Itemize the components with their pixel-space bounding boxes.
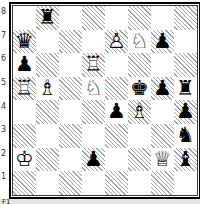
square-h8[interactable] bbox=[174, 6, 197, 30]
black-rook-b8: ♜ bbox=[36, 6, 59, 30]
black-bishop-h2: ♝ bbox=[174, 148, 197, 172]
square-b4[interactable] bbox=[36, 100, 59, 124]
white-queen-g2: ♕ bbox=[151, 148, 174, 172]
square-c7[interactable] bbox=[59, 30, 82, 54]
square-f1[interactable] bbox=[128, 171, 151, 195]
black-rook-h5: ♜ bbox=[174, 77, 197, 101]
black-pawn-g7: ♟ bbox=[151, 30, 174, 54]
square-c8[interactable] bbox=[59, 6, 82, 30]
square-h5[interactable]: ♜ bbox=[174, 77, 197, 101]
square-g8[interactable] bbox=[151, 6, 174, 30]
black-pawn-d2: ♟ bbox=[82, 148, 105, 172]
white-rook-a5: ♖ bbox=[13, 77, 36, 101]
square-b8[interactable]: ♜ bbox=[36, 6, 59, 30]
white-pawn-e7: ♙ bbox=[105, 30, 128, 54]
white-king-a2: ♔ bbox=[13, 148, 36, 172]
square-b5[interactable]: ♝♗ bbox=[36, 77, 59, 101]
square-c1[interactable] bbox=[59, 171, 82, 195]
white-bishop-b5: ♗ bbox=[36, 77, 59, 101]
square-c5[interactable] bbox=[59, 77, 82, 101]
square-g1[interactable] bbox=[151, 171, 174, 195]
rank-label-8: 8 bbox=[0, 0, 9, 24]
square-a2[interactable]: ♚♔ bbox=[13, 148, 36, 172]
rank-label-1: 1 bbox=[0, 165, 9, 189]
white-rook-d6: ♖ bbox=[82, 53, 105, 77]
square-e3[interactable] bbox=[105, 124, 128, 148]
square-a5[interactable]: ♜♖ bbox=[13, 77, 36, 101]
square-d2[interactable]: ♟ bbox=[82, 148, 105, 172]
black-knight-h3: ♞ bbox=[174, 124, 197, 148]
square-e1[interactable] bbox=[105, 171, 128, 195]
square-h6[interactable] bbox=[174, 53, 197, 77]
square-c6[interactable] bbox=[59, 53, 82, 77]
square-b3[interactable] bbox=[36, 124, 59, 148]
square-e4[interactable]: ♟ bbox=[105, 100, 128, 124]
square-e6[interactable] bbox=[105, 53, 128, 77]
square-g3[interactable] bbox=[151, 124, 174, 148]
white-bishop-f4: ♗ bbox=[128, 100, 151, 124]
square-e7[interactable]: ♟♙ bbox=[105, 30, 128, 54]
rank-label-5: 5 bbox=[0, 71, 9, 95]
square-d4[interactable] bbox=[82, 100, 105, 124]
black-queen-a7: ♛ bbox=[13, 30, 36, 54]
square-d1[interactable] bbox=[82, 171, 105, 195]
square-h7[interactable] bbox=[174, 30, 197, 54]
rank-label-6: 6 bbox=[0, 47, 9, 71]
square-c3[interactable] bbox=[59, 124, 82, 148]
board-inner-border: ♜♛♟♙♞♘♟♟♜♖♜♖♝♗♞♘♚♟♜♟♝♗♟♞♚♔♟♛♕♝ bbox=[12, 5, 198, 196]
black-pawn-h4: ♟ bbox=[174, 100, 197, 124]
square-b6[interactable] bbox=[36, 53, 59, 77]
status-bar-text: F1 bbox=[2, 198, 10, 204]
rank-label-column: 87654321 bbox=[0, 0, 9, 189]
square-g5[interactable]: ♟ bbox=[151, 77, 174, 101]
square-c4[interactable] bbox=[59, 100, 82, 124]
square-d6[interactable]: ♜♖ bbox=[82, 53, 105, 77]
square-g2[interactable]: ♛♕ bbox=[151, 148, 174, 172]
square-f3[interactable] bbox=[128, 124, 151, 148]
square-f7[interactable]: ♞♘ bbox=[128, 30, 151, 54]
square-f2[interactable] bbox=[128, 148, 151, 172]
square-f4[interactable]: ♝♗ bbox=[128, 100, 151, 124]
square-a1[interactable] bbox=[13, 171, 36, 195]
black-king-f5: ♚ bbox=[128, 77, 151, 101]
square-e2[interactable] bbox=[105, 148, 128, 172]
rank-label-3: 3 bbox=[0, 118, 9, 142]
status-bar: F1 bbox=[0, 199, 200, 204]
white-knight-d5: ♘ bbox=[82, 77, 105, 101]
square-f8[interactable] bbox=[128, 6, 151, 30]
rank-label-2: 2 bbox=[0, 142, 9, 166]
black-pawn-e4: ♟ bbox=[105, 100, 128, 124]
square-h3[interactable]: ♞ bbox=[174, 124, 197, 148]
square-h4[interactable]: ♟ bbox=[174, 100, 197, 124]
board-frame: ♜♛♟♙♞♘♟♟♜♖♜♖♝♗♞♘♚♟♜♟♝♗♟♞♚♔♟♛♕♝ bbox=[9, 2, 200, 199]
rank-label-4: 4 bbox=[0, 95, 9, 119]
square-a3[interactable] bbox=[13, 124, 36, 148]
square-f6[interactable] bbox=[128, 53, 151, 77]
rank-label-7: 7 bbox=[0, 24, 9, 48]
square-a6[interactable]: ♟ bbox=[13, 53, 36, 77]
square-b7[interactable] bbox=[36, 30, 59, 54]
square-e8[interactable] bbox=[105, 6, 128, 30]
square-f5[interactable]: ♚ bbox=[128, 77, 151, 101]
square-b1[interactable] bbox=[36, 171, 59, 195]
square-b2[interactable] bbox=[36, 148, 59, 172]
black-pawn-g5: ♟ bbox=[151, 77, 174, 101]
board-grid: ♜♛♟♙♞♘♟♟♜♖♜♖♝♗♞♘♚♟♜♟♝♗♟♞♚♔♟♛♕♝ bbox=[13, 6, 197, 195]
chess-diagram: 87654321 ♜♛♟♙♞♘♟♟♜♖♜♖♝♗♞♘♚♟♜♟♝♗♟♞♚♔♟♛♕♝ … bbox=[0, 0, 200, 204]
square-a8[interactable] bbox=[13, 6, 36, 30]
square-g4[interactable] bbox=[151, 100, 174, 124]
square-a4[interactable] bbox=[13, 100, 36, 124]
square-g7[interactable]: ♟ bbox=[151, 30, 174, 54]
square-d7[interactable] bbox=[82, 30, 105, 54]
square-c2[interactable] bbox=[59, 148, 82, 172]
square-g6[interactable] bbox=[151, 53, 174, 77]
square-d8[interactable] bbox=[82, 6, 105, 30]
square-a7[interactable]: ♛ bbox=[13, 30, 36, 54]
white-knight-f7: ♘ bbox=[128, 30, 151, 54]
square-h2[interactable]: ♝ bbox=[174, 148, 197, 172]
square-d3[interactable] bbox=[82, 124, 105, 148]
black-pawn-a6: ♟ bbox=[13, 53, 36, 77]
square-d5[interactable]: ♞♘ bbox=[82, 77, 105, 101]
square-e5[interactable] bbox=[105, 77, 128, 101]
square-h1[interactable] bbox=[174, 171, 197, 195]
